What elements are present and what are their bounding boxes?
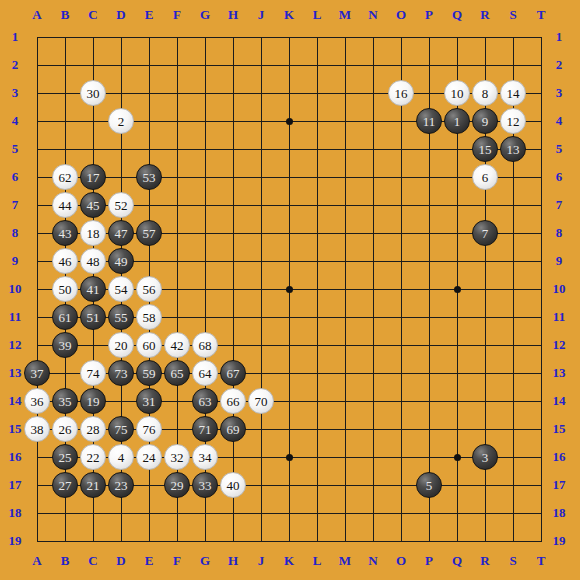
stone-black-35-B14[interactable]: 35 — [52, 388, 78, 414]
stone-white-66-H14[interactable]: 66 — [220, 388, 246, 414]
stone-black-51-C11[interactable]: 51 — [80, 304, 106, 330]
stone-black-43-B8[interactable]: 43 — [52, 220, 78, 246]
stone-black-69-H15[interactable]: 69 — [220, 416, 246, 442]
stone-black-67-H13[interactable]: 67 — [220, 360, 246, 386]
stone-white-48-C9[interactable]: 48 — [80, 248, 106, 274]
stone-white-26-B15[interactable]: 26 — [52, 416, 78, 442]
star-point-K4 — [286, 118, 293, 125]
stone-white-76-E15[interactable]: 76 — [136, 416, 162, 442]
stone-black-25-B16[interactable]: 25 — [52, 444, 78, 470]
stone-black-63-G14[interactable]: 63 — [192, 388, 218, 414]
stone-black-59-E13[interactable]: 59 — [136, 360, 162, 386]
stone-white-20-D12[interactable]: 20 — [108, 332, 134, 358]
stone-black-1-Q4[interactable]: 1 — [444, 108, 470, 134]
stone-white-42-F12[interactable]: 42 — [164, 332, 190, 358]
stone-white-64-G13[interactable]: 64 — [192, 360, 218, 386]
stone-black-71-G15[interactable]: 71 — [192, 416, 218, 442]
stone-black-15-R5[interactable]: 15 — [472, 136, 498, 162]
stone-black-45-C7[interactable]: 45 — [80, 192, 106, 218]
stone-black-23-D17[interactable]: 23 — [108, 472, 134, 498]
stone-white-4-D16[interactable]: 4 — [108, 444, 134, 470]
star-point-Q16 — [454, 454, 461, 461]
stone-white-2-D4[interactable]: 2 — [108, 108, 134, 134]
stone-black-33-G17[interactable]: 33 — [192, 472, 218, 498]
stone-white-8-R3[interactable]: 8 — [472, 80, 498, 106]
stone-black-19-C14[interactable]: 19 — [80, 388, 106, 414]
stone-black-9-R4[interactable]: 9 — [472, 108, 498, 134]
stone-black-13-S5[interactable]: 13 — [500, 136, 526, 162]
stone-white-54-D10[interactable]: 54 — [108, 276, 134, 302]
stone-black-73-D13[interactable]: 73 — [108, 360, 134, 386]
star-point-K16 — [286, 454, 293, 461]
stone-white-12-S4[interactable]: 12 — [500, 108, 526, 134]
stone-black-21-C17[interactable]: 21 — [80, 472, 106, 498]
stone-black-3-R16[interactable]: 3 — [472, 444, 498, 470]
stone-black-29-F17[interactable]: 29 — [164, 472, 190, 498]
board-grid[interactable]: 1234567891011121314151617181920212223242… — [23, 23, 555, 555]
star-point-Q10 — [454, 286, 461, 293]
stone-black-17-C6[interactable]: 17 — [80, 164, 106, 190]
stone-white-62-B6[interactable]: 62 — [52, 164, 78, 190]
stone-black-41-C10[interactable]: 41 — [80, 276, 106, 302]
stone-black-75-D15[interactable]: 75 — [108, 416, 134, 442]
stone-black-31-E14[interactable]: 31 — [136, 388, 162, 414]
stone-black-47-D8[interactable]: 47 — [108, 220, 134, 246]
stone-white-34-G16[interactable]: 34 — [192, 444, 218, 470]
stone-black-11-P4[interactable]: 11 — [416, 108, 442, 134]
go-board[interactable]: ABCDEFGHJKLMNOPQRST ABCDEFGHJKLMNOPQRST … — [0, 0, 580, 580]
stone-black-55-D11[interactable]: 55 — [108, 304, 134, 330]
stone-white-38-A15[interactable]: 38 — [24, 416, 50, 442]
stone-white-70-J14[interactable]: 70 — [248, 388, 274, 414]
stone-white-30-C3[interactable]: 30 — [80, 80, 106, 106]
stone-white-52-D7[interactable]: 52 — [108, 192, 134, 218]
star-point-K10 — [286, 286, 293, 293]
stone-white-36-A14[interactable]: 36 — [24, 388, 50, 414]
stone-black-61-B11[interactable]: 61 — [52, 304, 78, 330]
stone-black-27-B17[interactable]: 27 — [52, 472, 78, 498]
stone-white-56-E10[interactable]: 56 — [136, 276, 162, 302]
stone-black-49-D9[interactable]: 49 — [108, 248, 134, 274]
stone-black-53-E6[interactable]: 53 — [136, 164, 162, 190]
stone-black-57-E8[interactable]: 57 — [136, 220, 162, 246]
stone-white-58-E11[interactable]: 58 — [136, 304, 162, 330]
stone-white-32-F16[interactable]: 32 — [164, 444, 190, 470]
stone-white-16-O3[interactable]: 16 — [388, 80, 414, 106]
stone-white-28-C15[interactable]: 28 — [80, 416, 106, 442]
stone-black-37-A13[interactable]: 37 — [24, 360, 50, 386]
stone-white-24-E16[interactable]: 24 — [136, 444, 162, 470]
stone-black-65-F13[interactable]: 65 — [164, 360, 190, 386]
stone-white-44-B7[interactable]: 44 — [52, 192, 78, 218]
stone-black-7-R8[interactable]: 7 — [472, 220, 498, 246]
stone-white-68-G12[interactable]: 68 — [192, 332, 218, 358]
stone-white-10-Q3[interactable]: 10 — [444, 80, 470, 106]
stone-white-46-B9[interactable]: 46 — [52, 248, 78, 274]
stone-black-5-P17[interactable]: 5 — [416, 472, 442, 498]
stone-white-50-B10[interactable]: 50 — [52, 276, 78, 302]
stone-white-6-R6[interactable]: 6 — [472, 164, 498, 190]
stone-white-74-C13[interactable]: 74 — [80, 360, 106, 386]
stone-white-14-S3[interactable]: 14 — [500, 80, 526, 106]
stone-black-39-B12[interactable]: 39 — [52, 332, 78, 358]
stone-white-18-C8[interactable]: 18 — [80, 220, 106, 246]
stone-white-60-E12[interactable]: 60 — [136, 332, 162, 358]
stone-white-40-H17[interactable]: 40 — [220, 472, 246, 498]
stone-white-22-C16[interactable]: 22 — [80, 444, 106, 470]
